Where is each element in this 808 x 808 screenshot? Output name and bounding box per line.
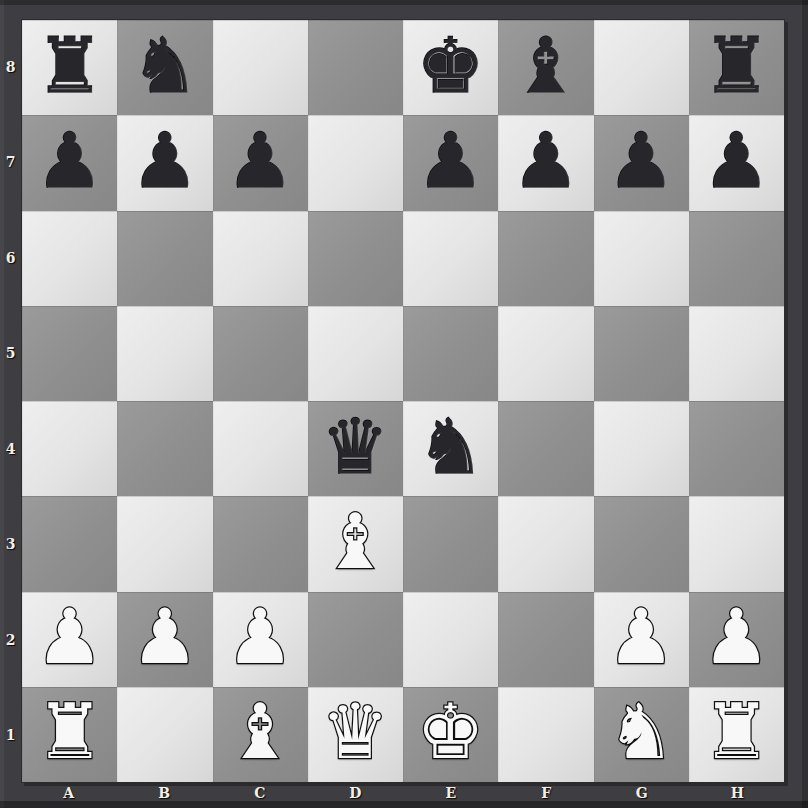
- file-label-g: G: [594, 784, 690, 802]
- square-c8[interactable]: [213, 20, 308, 115]
- file-label-f: F: [499, 784, 595, 802]
- square-f7[interactable]: ♟: [498, 115, 593, 210]
- square-d7[interactable]: [308, 115, 403, 210]
- rank-label-7: 7: [0, 115, 21, 211]
- square-f8[interactable]: ♝: [498, 20, 593, 115]
- square-d5[interactable]: [308, 306, 403, 401]
- square-g1[interactable]: ♞: [594, 687, 689, 782]
- square-g6[interactable]: [594, 211, 689, 306]
- square-h2[interactable]: ♟: [689, 592, 784, 687]
- square-e3[interactable]: [403, 496, 498, 591]
- square-e5[interactable]: [403, 306, 498, 401]
- piece-black-pawn[interactable]: ♟: [131, 123, 199, 199]
- square-e2[interactable]: [403, 592, 498, 687]
- square-c2[interactable]: ♟: [213, 592, 308, 687]
- square-h4[interactable]: [689, 401, 784, 496]
- square-d4[interactable]: ♛: [308, 401, 403, 496]
- square-b2[interactable]: ♟: [117, 592, 212, 687]
- piece-black-rook[interactable]: ♜: [702, 28, 770, 104]
- piece-white-bishop[interactable]: ♝: [321, 504, 389, 580]
- piece-black-rook[interactable]: ♜: [36, 28, 104, 104]
- file-label-d: D: [308, 784, 404, 802]
- square-e1[interactable]: ♚: [403, 687, 498, 782]
- file-label-b: B: [117, 784, 213, 802]
- square-h1[interactable]: ♜: [689, 687, 784, 782]
- square-g2[interactable]: ♟: [594, 592, 689, 687]
- square-c1[interactable]: ♝: [213, 687, 308, 782]
- square-g5[interactable]: [594, 306, 689, 401]
- square-g8[interactable]: [594, 20, 689, 115]
- piece-white-rook[interactable]: ♜: [36, 694, 104, 770]
- square-h7[interactable]: ♟: [689, 115, 784, 210]
- square-e6[interactable]: [403, 211, 498, 306]
- square-g3[interactable]: [594, 496, 689, 591]
- square-b4[interactable]: [117, 401, 212, 496]
- square-h8[interactable]: ♜: [689, 20, 784, 115]
- square-h5[interactable]: [689, 306, 784, 401]
- square-c4[interactable]: [213, 401, 308, 496]
- square-g7[interactable]: ♟: [594, 115, 689, 210]
- piece-white-pawn[interactable]: ♟: [702, 599, 770, 675]
- piece-black-knight[interactable]: ♞: [417, 409, 485, 485]
- rank-label-5: 5: [0, 306, 21, 402]
- square-f1[interactable]: [498, 687, 593, 782]
- piece-white-king[interactable]: ♚: [417, 694, 485, 770]
- rank-label-4: 4: [0, 401, 21, 497]
- piece-black-pawn[interactable]: ♟: [226, 123, 294, 199]
- square-f5[interactable]: [498, 306, 593, 401]
- square-a7[interactable]: ♟: [22, 115, 117, 210]
- square-f6[interactable]: [498, 211, 593, 306]
- square-a2[interactable]: ♟: [22, 592, 117, 687]
- piece-white-rook[interactable]: ♜: [702, 694, 770, 770]
- square-b7[interactable]: ♟: [117, 115, 212, 210]
- piece-white-queen[interactable]: ♛: [321, 694, 389, 770]
- file-label-a: A: [21, 784, 117, 802]
- square-c6[interactable]: [213, 211, 308, 306]
- file-label-e: E: [403, 784, 499, 802]
- square-g4[interactable]: [594, 401, 689, 496]
- square-d8[interactable]: [308, 20, 403, 115]
- rank-label-1: 1: [0, 688, 21, 784]
- square-d3[interactable]: ♝: [308, 496, 403, 591]
- square-b5[interactable]: [117, 306, 212, 401]
- square-a5[interactable]: [22, 306, 117, 401]
- square-a6[interactable]: [22, 211, 117, 306]
- chess-board: ♜♞♚♝♜♟♟♟♟♟♟♟♛♞♝♟♟♟♟♟♜♝♛♚♞♜: [21, 19, 785, 783]
- file-label-c: C: [212, 784, 308, 802]
- square-a8[interactable]: ♜: [22, 20, 117, 115]
- piece-black-pawn[interactable]: ♟: [512, 123, 580, 199]
- piece-black-pawn[interactable]: ♟: [702, 123, 770, 199]
- rank-label-3: 3: [0, 497, 21, 593]
- square-e4[interactable]: ♞: [403, 401, 498, 496]
- piece-black-pawn[interactable]: ♟: [607, 123, 675, 199]
- piece-white-pawn[interactable]: ♟: [131, 599, 199, 675]
- piece-black-king[interactable]: ♚: [417, 28, 485, 104]
- square-h6[interactable]: [689, 211, 784, 306]
- rank-label-8: 8: [0, 19, 21, 115]
- square-f3[interactable]: [498, 496, 593, 591]
- board-frame: 87654321 ♜♞♚♝♜♟♟♟♟♟♟♟♛♞♝♟♟♟♟♟♜♝♛♚♞♜ ABCD…: [0, 0, 808, 808]
- piece-white-knight[interactable]: ♞: [607, 694, 675, 770]
- square-a3[interactable]: [22, 496, 117, 591]
- square-h3[interactable]: [689, 496, 784, 591]
- square-b6[interactable]: [117, 211, 212, 306]
- rank-labels: 87654321: [0, 19, 21, 783]
- file-label-h: H: [690, 784, 786, 802]
- piece-black-queen[interactable]: ♛: [321, 409, 389, 485]
- rank-label-6: 6: [0, 210, 21, 306]
- piece-black-knight[interactable]: ♞: [131, 28, 199, 104]
- square-c3[interactable]: [213, 496, 308, 591]
- piece-white-pawn[interactable]: ♟: [607, 599, 675, 675]
- square-f4[interactable]: [498, 401, 593, 496]
- file-labels: ABCDEFGH: [21, 784, 785, 802]
- square-b3[interactable]: [117, 496, 212, 591]
- square-e7[interactable]: ♟: [403, 115, 498, 210]
- piece-black-pawn[interactable]: ♟: [36, 123, 104, 199]
- rank-label-2: 2: [0, 592, 21, 688]
- piece-black-bishop[interactable]: ♝: [512, 28, 580, 104]
- square-d6[interactable]: [308, 211, 403, 306]
- piece-white-bishop[interactable]: ♝: [226, 694, 294, 770]
- square-d2[interactable]: [308, 592, 403, 687]
- square-b1[interactable]: [117, 687, 212, 782]
- square-d1[interactable]: ♛: [308, 687, 403, 782]
- piece-white-pawn[interactable]: ♟: [226, 599, 294, 675]
- square-a1[interactable]: ♜: [22, 687, 117, 782]
- square-b8[interactable]: ♞: [117, 20, 212, 115]
- square-f2[interactable]: [498, 592, 593, 687]
- piece-white-pawn[interactable]: ♟: [36, 599, 104, 675]
- square-c5[interactable]: [213, 306, 308, 401]
- square-e8[interactable]: ♚: [403, 20, 498, 115]
- square-a4[interactable]: [22, 401, 117, 496]
- piece-black-pawn[interactable]: ♟: [417, 123, 485, 199]
- square-c7[interactable]: ♟: [213, 115, 308, 210]
